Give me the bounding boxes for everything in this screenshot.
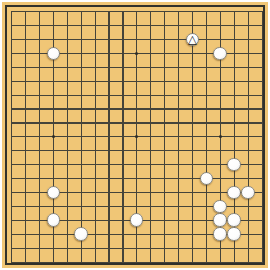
white-stone[interactable] <box>213 200 226 213</box>
white-stone[interactable] <box>227 158 240 171</box>
white-stone[interactable] <box>47 186 60 199</box>
white-stone[interactable] <box>213 213 226 226</box>
triangle-mark-icon: △ <box>187 33 198 44</box>
white-stone[interactable] <box>47 213 60 226</box>
go-board[interactable]: △ <box>0 0 270 270</box>
white-stone[interactable] <box>74 227 87 240</box>
white-stone[interactable] <box>227 213 240 226</box>
white-stone[interactable] <box>241 186 254 199</box>
white-stone[interactable]: △ <box>186 33 199 46</box>
white-stone[interactable] <box>227 186 240 199</box>
white-stone[interactable] <box>200 172 213 185</box>
white-stone[interactable] <box>47 47 60 60</box>
white-stone[interactable] <box>130 213 143 226</box>
white-stone[interactable] <box>213 47 226 60</box>
white-stone[interactable] <box>213 227 226 240</box>
stones-layer: △ <box>5 5 269 269</box>
white-stone[interactable] <box>227 227 240 240</box>
